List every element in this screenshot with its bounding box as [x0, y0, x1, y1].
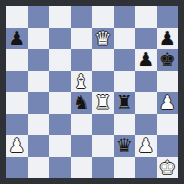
square-g3[interactable]: [135, 114, 157, 136]
square-a2[interactable]: ♟: [6, 135, 28, 157]
square-h3[interactable]: [157, 114, 179, 136]
square-d5[interactable]: ♝: [71, 71, 93, 93]
square-b4[interactable]: [28, 92, 50, 114]
square-c8[interactable]: [49, 6, 71, 28]
square-h5[interactable]: [157, 71, 179, 93]
white-pawn-piece: ♟: [157, 92, 179, 114]
square-f6[interactable]: [114, 49, 136, 71]
square-b3[interactable]: [28, 114, 50, 136]
square-c6[interactable]: [49, 49, 71, 71]
square-a7[interactable]: ♟: [6, 28, 28, 50]
white-bishop-piece: ♝: [71, 71, 93, 93]
square-c4[interactable]: [49, 92, 71, 114]
square-g4[interactable]: [135, 92, 157, 114]
square-h4[interactable]: ♟: [157, 92, 179, 114]
square-b5[interactable]: [28, 71, 50, 93]
square-f5[interactable]: [114, 71, 136, 93]
square-d1[interactable]: [71, 157, 93, 179]
square-g2[interactable]: ♟: [135, 135, 157, 157]
square-a1[interactable]: [6, 157, 28, 179]
chess-board-frame: ♟♛♟♟♚♝♞♜♜♟♟♛♟♚: [0, 0, 184, 184]
white-pawn-piece: ♟: [135, 135, 157, 157]
square-d2[interactable]: [71, 135, 93, 157]
square-g1[interactable]: [135, 157, 157, 179]
square-c1[interactable]: [49, 157, 71, 179]
square-g7[interactable]: [135, 28, 157, 50]
square-d8[interactable]: [71, 6, 93, 28]
square-f3[interactable]: [114, 114, 136, 136]
square-h8[interactable]: [157, 6, 179, 28]
square-e4[interactable]: ♜: [92, 92, 114, 114]
square-b1[interactable]: [28, 157, 50, 179]
square-f4[interactable]: ♜: [114, 92, 136, 114]
square-e8[interactable]: [92, 6, 114, 28]
square-b2[interactable]: [28, 135, 50, 157]
white-rook-piece: ♜: [92, 92, 114, 114]
black-rook-piece: ♜: [114, 92, 136, 114]
square-d3[interactable]: [71, 114, 93, 136]
chess-board: ♟♛♟♟♚♝♞♜♜♟♟♛♟♚: [6, 6, 178, 178]
square-b8[interactable]: [28, 6, 50, 28]
square-a4[interactable]: [6, 92, 28, 114]
square-b7[interactable]: [28, 28, 50, 50]
square-e3[interactable]: [92, 114, 114, 136]
square-h1[interactable]: ♚: [157, 157, 179, 179]
square-d4[interactable]: ♞: [71, 92, 93, 114]
square-e6[interactable]: [92, 49, 114, 71]
black-pawn-piece: ♟: [135, 49, 157, 71]
square-c3[interactable]: [49, 114, 71, 136]
black-queen-piece: ♛: [114, 135, 136, 157]
square-g8[interactable]: [135, 6, 157, 28]
black-knight-piece: ♞: [71, 92, 93, 114]
square-g6[interactable]: ♟: [135, 49, 157, 71]
square-e2[interactable]: [92, 135, 114, 157]
square-c5[interactable]: [49, 71, 71, 93]
square-f1[interactable]: [114, 157, 136, 179]
square-h6[interactable]: ♚: [157, 49, 179, 71]
white-king-piece: ♚: [157, 157, 179, 179]
square-e7[interactable]: ♛: [92, 28, 114, 50]
square-f2[interactable]: ♛: [114, 135, 136, 157]
square-f8[interactable]: [114, 6, 136, 28]
square-d7[interactable]: [71, 28, 93, 50]
square-a8[interactable]: [6, 6, 28, 28]
white-pawn-piece: ♟: [6, 135, 28, 157]
black-king-piece: ♚: [157, 49, 179, 71]
square-g5[interactable]: [135, 71, 157, 93]
square-b6[interactable]: [28, 49, 50, 71]
square-h7[interactable]: ♟: [157, 28, 179, 50]
square-h2[interactable]: [157, 135, 179, 157]
black-pawn-piece: ♟: [6, 28, 28, 50]
black-pawn-piece: ♟: [157, 28, 179, 50]
square-d6[interactable]: [71, 49, 93, 71]
square-e5[interactable]: [92, 71, 114, 93]
square-e1[interactable]: [92, 157, 114, 179]
square-a5[interactable]: [6, 71, 28, 93]
square-c2[interactable]: [49, 135, 71, 157]
square-c7[interactable]: [49, 28, 71, 50]
square-f7[interactable]: [114, 28, 136, 50]
square-a3[interactable]: [6, 114, 28, 136]
square-a6[interactable]: [6, 49, 28, 71]
white-queen-piece: ♛: [92, 28, 114, 50]
